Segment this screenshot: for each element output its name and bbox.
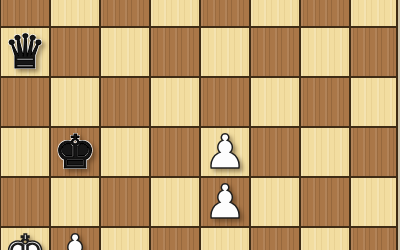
square-b3[interactable] xyxy=(50,177,100,227)
square-d5[interactable] xyxy=(150,77,200,127)
square-b2[interactable]: ♟ xyxy=(50,227,100,250)
white-king-a2: ♚ xyxy=(4,227,46,250)
black-king-b4: ♚ xyxy=(54,127,96,177)
black-queen-a6: ♛ xyxy=(4,27,46,77)
square-c5[interactable] xyxy=(100,77,150,127)
square-e5[interactable] xyxy=(200,77,250,127)
square-f3[interactable] xyxy=(250,177,300,227)
square-e3[interactable]: ♟ xyxy=(200,177,250,227)
square-d4[interactable] xyxy=(150,127,200,177)
square-c4[interactable] xyxy=(100,127,150,177)
square-d7[interactable] xyxy=(150,0,200,27)
square-b5[interactable] xyxy=(50,77,100,127)
square-b6[interactable] xyxy=(50,27,100,77)
chess-board: ♛♚♟♟♚♟ xyxy=(0,0,400,250)
board-left-border xyxy=(0,0,1,250)
square-h5[interactable] xyxy=(350,77,400,127)
square-h3[interactable] xyxy=(350,177,400,227)
square-d2[interactable] xyxy=(150,227,200,250)
white-pawn-b2: ♟ xyxy=(54,227,96,250)
white-pawn-e3: ♟ xyxy=(204,177,246,227)
square-f2[interactable] xyxy=(250,227,300,250)
square-d6[interactable] xyxy=(150,27,200,77)
square-g3[interactable] xyxy=(300,177,350,227)
square-a7[interactable] xyxy=(0,0,50,27)
board-right-border xyxy=(396,0,400,250)
square-e7[interactable] xyxy=(200,0,250,27)
square-e6[interactable] xyxy=(200,27,250,77)
square-h2[interactable] xyxy=(350,227,400,250)
square-h4[interactable] xyxy=(350,127,400,177)
square-b7[interactable] xyxy=(50,0,100,27)
square-e4[interactable]: ♟ xyxy=(200,127,250,177)
square-c3[interactable] xyxy=(100,177,150,227)
square-g7[interactable] xyxy=(300,0,350,27)
square-c6[interactable] xyxy=(100,27,150,77)
square-c2[interactable] xyxy=(100,227,150,250)
square-a4[interactable] xyxy=(0,127,50,177)
square-g5[interactable] xyxy=(300,77,350,127)
square-h6[interactable] xyxy=(350,27,400,77)
square-f6[interactable] xyxy=(250,27,300,77)
square-e2[interactable] xyxy=(200,227,250,250)
square-g6[interactable] xyxy=(300,27,350,77)
square-f7[interactable] xyxy=(250,0,300,27)
square-a3[interactable] xyxy=(0,177,50,227)
square-g4[interactable] xyxy=(300,127,350,177)
square-c7[interactable] xyxy=(100,0,150,27)
square-f4[interactable] xyxy=(250,127,300,177)
square-a5[interactable] xyxy=(0,77,50,127)
chess-diagram: ♛♚♟♟♚♟ xyxy=(0,0,400,250)
square-b4[interactable]: ♚ xyxy=(50,127,100,177)
square-g2[interactable] xyxy=(300,227,350,250)
square-d3[interactable] xyxy=(150,177,200,227)
square-h7[interactable] xyxy=(350,0,400,27)
square-a2[interactable]: ♚ xyxy=(0,227,50,250)
square-f5[interactable] xyxy=(250,77,300,127)
square-a6[interactable]: ♛ xyxy=(0,27,50,77)
white-pawn-e4: ♟ xyxy=(204,127,246,177)
